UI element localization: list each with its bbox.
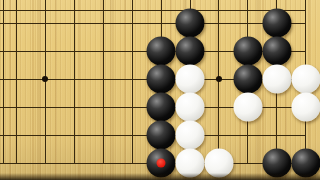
grid-line-v — [74, 0, 75, 164]
go-board[interactable] — [0, 0, 320, 180]
black-stone-R5 — [233, 37, 262, 66]
grid-line-h — [0, 10, 306, 11]
black-stone-P5 — [176, 37, 205, 66]
white-stone-S4 — [262, 65, 291, 94]
white-stone-R3 — [233, 93, 262, 122]
star-point-K4 — [42, 76, 48, 82]
star-point-Q4 — [216, 76, 222, 82]
white-stone-T3 — [291, 93, 320, 122]
grid-line-v — [16, 0, 17, 164]
white-stone-T4 — [291, 65, 320, 94]
black-stone-O2 — [147, 121, 176, 150]
black-stone-O4 — [147, 65, 176, 94]
black-stone-S5 — [262, 37, 291, 66]
white-stone-P2 — [176, 121, 205, 150]
grid-line-v — [132, 0, 133, 164]
black-stone-P6 — [176, 9, 205, 38]
black-stone-R4 — [233, 65, 262, 94]
bottom-shadow — [0, 173, 320, 180]
black-stone-S6 — [262, 9, 291, 38]
last-move-marker — [157, 159, 166, 168]
black-stone-O5 — [147, 37, 176, 66]
white-stone-P3 — [176, 93, 205, 122]
grid-line-h — [0, 23, 306, 24]
go-board-screenshot — [0, 0, 320, 180]
grid-line-v — [103, 0, 104, 164]
grid-line-v — [3, 0, 4, 164]
black-stone-O3 — [147, 93, 176, 122]
white-stone-P4 — [176, 65, 205, 94]
